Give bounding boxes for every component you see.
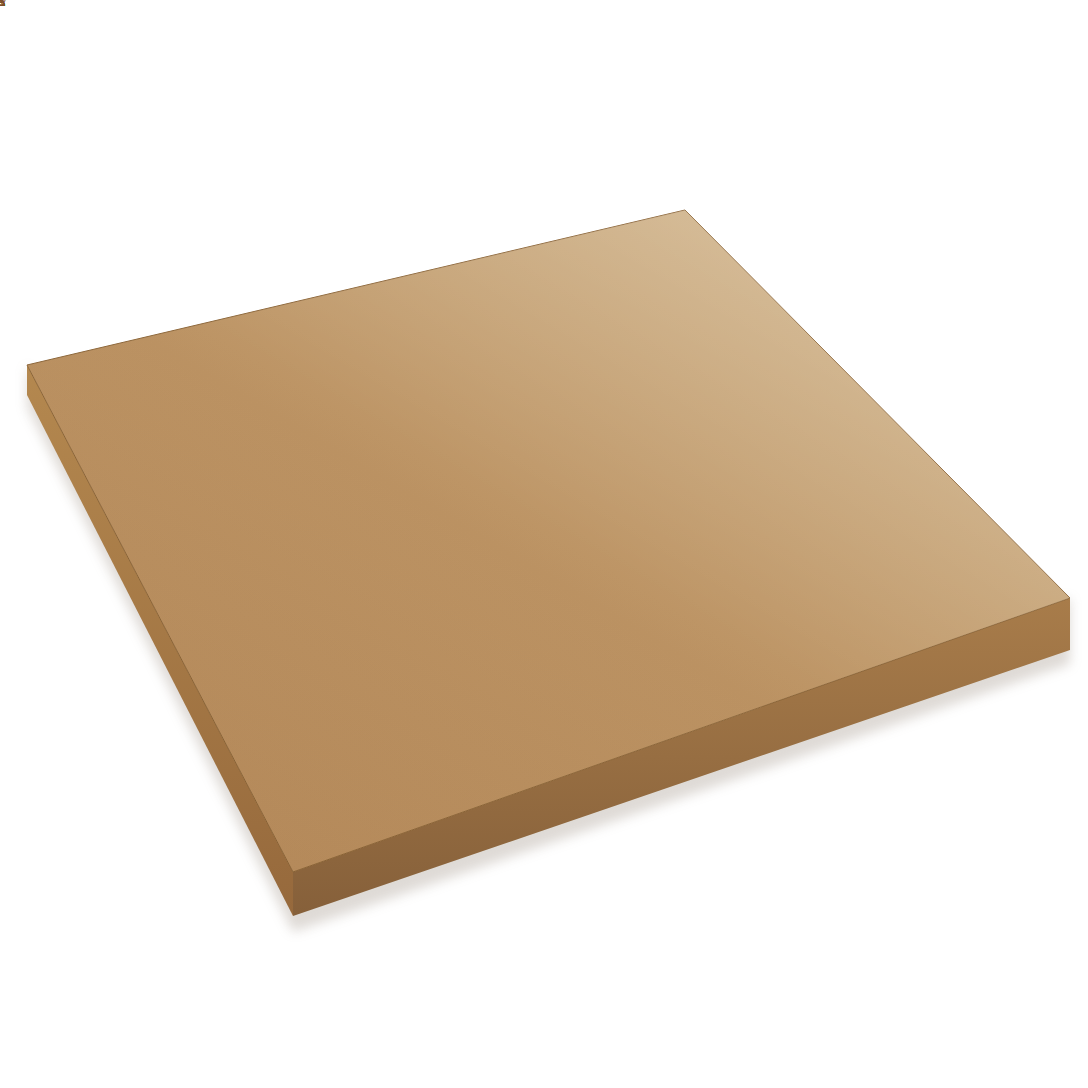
board-top [27,210,1070,872]
white-rook-glyph: ♖ [0,0,7,10]
chess-board: ♖♘♗♕♔♗♘♖♙♙♙♙♙♙♙♙♙♙♙♙♙♙♙♙♖♘♗♕♔♗♘♖ [0,0,1088,1088]
piece-white-rook-h1[interactable]: ♖ [0,0,7,10]
board-frame-top [27,210,1070,872]
pieces-layer: ♖♘♗♕♔♗♘♖♙♙♙♙♙♙♙♙♙♙♙♙♙♙♙♙♖♘♗♕♔♗♘♖ [0,0,7,10]
scene: ♖♘♗♕♔♗♘♖♙♙♙♙♙♙♙♙♙♙♙♙♙♙♙♙♖♘♗♕♔♗♘♖ [0,0,1088,1088]
